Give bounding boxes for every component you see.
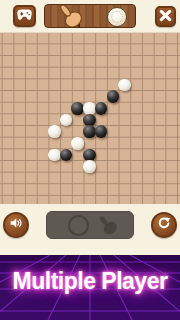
close-x-icon: [159, 8, 172, 26]
stone-white: [83, 102, 96, 115]
stone-white: [118, 79, 131, 92]
stone-black: [95, 102, 108, 115]
stone-black: [95, 125, 108, 138]
game-logo-panel: [44, 4, 136, 28]
top-bar: [0, 0, 180, 33]
control-bar: [0, 204, 180, 255]
stone-black: [107, 90, 120, 103]
tap-hand-icon: [95, 214, 123, 242]
refresh-icon: [156, 215, 172, 235]
stone-white: [71, 137, 84, 150]
tap-hand-icon: [55, 4, 89, 28]
circle-outline-icon: [68, 215, 89, 236]
multiplayer-banner[interactable]: Multiple Player: [0, 255, 180, 320]
stone-white: [48, 149, 61, 162]
board[interactable]: [0, 32, 180, 204]
gamepad-icon: [16, 7, 33, 25]
banner-title: Multiple Player: [0, 268, 180, 295]
games-button[interactable]: [13, 5, 36, 27]
stone-white: [83, 160, 96, 173]
app-screen: Multiple Player: [0, 0, 180, 320]
restart-button[interactable]: [151, 212, 177, 238]
close-button[interactable]: [155, 6, 176, 27]
stone-black: [83, 125, 96, 138]
stone-black: [71, 102, 84, 115]
stone-white: [60, 114, 73, 127]
stone-black: [60, 149, 73, 162]
white-stone-icon: [107, 7, 127, 27]
sound-button[interactable]: [3, 212, 29, 238]
speaker-icon: [8, 215, 24, 235]
stone-white: [48, 125, 61, 138]
turn-hint-panel: [46, 211, 134, 239]
